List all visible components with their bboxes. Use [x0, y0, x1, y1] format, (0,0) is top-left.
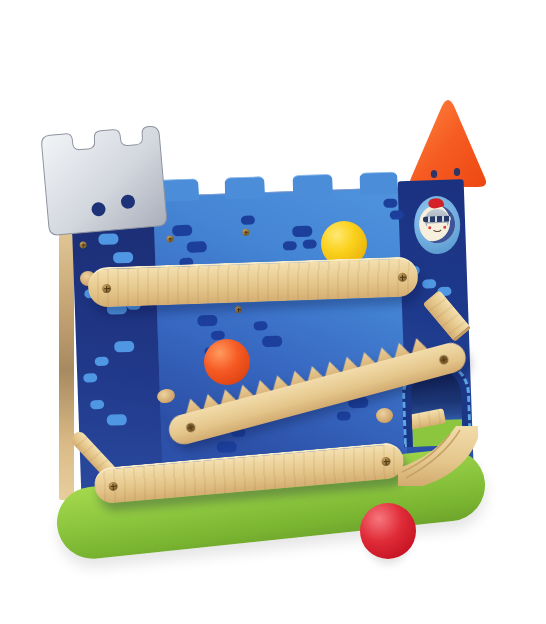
brick [197, 315, 217, 327]
brick [337, 411, 351, 420]
brick [422, 279, 436, 288]
screw [102, 284, 111, 293]
brick [253, 321, 267, 330]
brick [283, 241, 297, 250]
brick [383, 198, 397, 207]
brick [292, 225, 312, 237]
brick [107, 414, 127, 426]
red-ball [360, 503, 416, 559]
dowel-peg [376, 408, 393, 423]
merlon [292, 174, 333, 197]
brick [114, 341, 134, 353]
screw [381, 457, 391, 467]
brick [187, 241, 207, 253]
brick [303, 239, 317, 248]
brick [113, 252, 133, 264]
brick [172, 225, 192, 237]
battlement-cap [28, 118, 171, 241]
merlon [224, 176, 265, 199]
brick [390, 210, 404, 219]
knight-visor [423, 216, 451, 223]
screw [108, 482, 118, 492]
screw [398, 273, 407, 282]
product-photo [0, 0, 546, 624]
orange-ball [204, 339, 250, 385]
knight-cheek [443, 226, 446, 229]
brick [90, 400, 104, 409]
merlon [359, 171, 398, 194]
curved-end-stop [392, 424, 482, 490]
brick [241, 215, 255, 224]
brick [262, 336, 282, 348]
brick [83, 373, 97, 382]
brick [217, 441, 237, 453]
brick [95, 357, 109, 366]
